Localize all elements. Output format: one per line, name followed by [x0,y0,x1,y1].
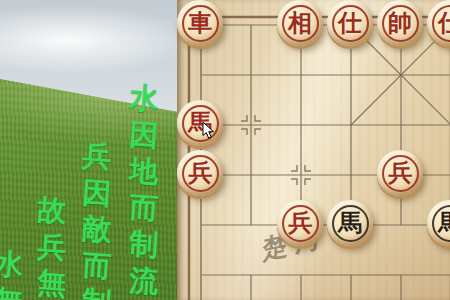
piece-character: 馬 [327,200,373,246]
piece-red-soldier[interactable]: 兵 [177,150,223,196]
piece-character: 相 [277,0,323,46]
piece-red-soldier[interactable]: 兵 [277,200,323,246]
piece-red-general[interactable]: 帥 [377,0,423,46]
piece-red-horse[interactable]: 馬 [177,100,223,146]
piece-character: 馬 [177,100,223,146]
piece-character: 帥 [377,0,423,46]
xiangqi-game-screen: 水因地而制流 兵因敵而制 故兵無 水無 楚河 車相仕帥仕馬兵兵兵馬馬 [0,0,450,300]
piece-character: 馬 [427,200,450,246]
piece-red-advisor[interactable]: 仕 [327,0,373,46]
piece-character: 兵 [177,150,223,196]
piece-character: 車 [177,0,223,46]
piece-red-chariot[interactable]: 車 [177,0,223,46]
piece-character: 兵 [277,200,323,246]
piece-black-horse[interactable]: 馬 [427,200,450,246]
pieces-layer: 車相仕帥仕馬兵兵兵馬馬 [0,0,450,300]
mouse-cursor [202,121,216,141]
piece-black-horse[interactable]: 馬 [327,200,373,246]
piece-character: 仕 [427,0,450,46]
piece-red-elephant[interactable]: 相 [277,0,323,46]
piece-character: 兵 [377,150,423,196]
piece-character: 仕 [327,0,373,46]
piece-red-advisor[interactable]: 仕 [427,0,450,46]
piece-red-soldier[interactable]: 兵 [377,150,423,196]
